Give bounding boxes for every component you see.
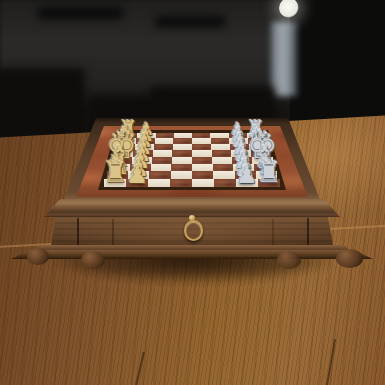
square-f6[interactable] — [213, 164, 234, 171]
square-g6[interactable] — [213, 171, 234, 179]
square-e1[interactable] — [112, 157, 132, 164]
square-h7[interactable] — [236, 179, 258, 187]
square-g8[interactable] — [256, 171, 277, 179]
chess-photo-scene: ♜♞♝♛♚♝♞♜♟♟♟♟♟♟♟♟♟♟♟♟♟♟♟♟♜♞♝♛♚♝♞♜ — [0, 0, 385, 385]
square-h8[interactable] — [258, 179, 280, 187]
bun-foot — [336, 249, 363, 268]
square-g1[interactable] — [107, 171, 128, 179]
square-g3[interactable] — [149, 171, 170, 179]
square-g7[interactable] — [235, 171, 256, 179]
square-f7[interactable] — [233, 164, 254, 171]
bun-foot — [277, 251, 301, 269]
square-h6[interactable] — [214, 179, 236, 187]
bun-foot — [27, 248, 49, 265]
square-h4[interactable] — [170, 179, 192, 187]
square-g4[interactable] — [171, 171, 192, 179]
square-f2[interactable] — [130, 164, 151, 171]
square-e2[interactable] — [132, 157, 152, 164]
bun-foot — [81, 251, 105, 269]
square-e3[interactable] — [152, 157, 172, 164]
square-g2[interactable] — [128, 171, 149, 179]
ring-pull-loop-icon — [184, 220, 203, 241]
square-f8[interactable] — [254, 164, 275, 171]
square-e4[interactable] — [172, 157, 192, 164]
square-e8[interactable] — [252, 157, 272, 164]
square-f1[interactable] — [109, 164, 130, 171]
drawer-ring-pull[interactable] — [181, 215, 203, 241]
square-g5[interactable] — [192, 171, 213, 179]
square-e7[interactable] — [232, 157, 252, 164]
square-f5[interactable] — [192, 164, 213, 171]
square-e6[interactable] — [212, 157, 232, 164]
square-h3[interactable] — [148, 179, 170, 187]
chess-board — [0, 0, 385, 385]
square-f4[interactable] — [171, 164, 192, 171]
square-e5[interactable] — [192, 157, 212, 164]
square-f3[interactable] — [151, 164, 172, 171]
chess-box — [0, 0, 385, 385]
square-h1[interactable] — [104, 179, 126, 187]
square-h2[interactable] — [126, 179, 148, 187]
square-h5[interactable] — [192, 179, 214, 187]
